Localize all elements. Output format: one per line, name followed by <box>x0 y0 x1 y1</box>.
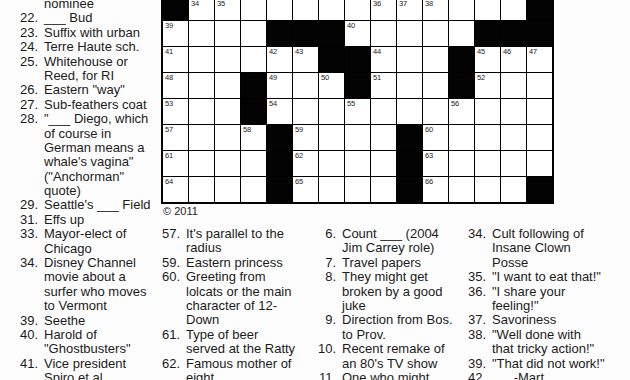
grid-cell[interactable]: 45 <box>475 47 500 72</box>
grid-cell[interactable] <box>345 177 370 202</box>
black-cell <box>293 21 318 46</box>
clue-number: 42. <box>456 371 486 380</box>
clue-line: eight <box>150 371 295 380</box>
clue-line: 59.Eastern princess <box>150 256 295 270</box>
grid-cell[interactable]: 64 <box>163 177 188 202</box>
grid-cell[interactable] <box>501 73 526 98</box>
black-cell <box>501 21 526 46</box>
grid-cell[interactable] <box>189 177 214 202</box>
clue-line: to Vermont <box>8 299 151 313</box>
clue-text: Down <box>186 312 219 327</box>
grid-cell[interactable]: 48 <box>163 73 188 98</box>
grid-cell[interactable] <box>449 151 474 176</box>
grid-cell[interactable] <box>189 73 214 98</box>
cell-number: 53 <box>165 100 173 108</box>
grid-cell[interactable]: 35 <box>215 0 240 20</box>
grid-cell[interactable]: 37 <box>397 0 422 20</box>
clue-text: Sub-feathers coat <box>44 97 147 112</box>
clue-text: Eastern "way" <box>44 82 125 97</box>
black-cell <box>267 151 292 176</box>
cell-number: 66 <box>425 178 433 186</box>
clue-line: 11.One who might <box>306 371 453 380</box>
clue-line: surfer who moves <box>8 285 151 299</box>
grid-cell[interactable]: 44 <box>371 47 396 72</box>
clue-line: 8.They might get <box>306 270 453 284</box>
clue-number: 39. <box>8 314 38 328</box>
clue-text: It's parallel to the <box>186 226 284 241</box>
clue-number: 35. <box>456 270 486 284</box>
grid-cell[interactable] <box>371 21 396 46</box>
grid-cell[interactable] <box>501 125 526 150</box>
grid-cell[interactable] <box>189 125 214 150</box>
clue-line: "Ghostbusters" <box>8 342 151 356</box>
clue-line: 7.Travel papers <box>306 256 453 270</box>
clue-number: 26. <box>8 83 38 97</box>
clue-text: Seethe <box>44 313 85 328</box>
cell-number: 40 <box>347 22 355 30</box>
grid-cell[interactable] <box>345 0 370 20</box>
clue-number: 22. <box>8 11 38 25</box>
grid-cell[interactable]: 50 <box>319 73 344 98</box>
grid-cell[interactable] <box>241 47 266 72</box>
copyright-text: © 2011 <box>163 205 198 217</box>
cell-number: 59 <box>295 126 303 134</box>
clue-number: 38. <box>456 328 486 342</box>
grid-cell[interactable]: 58 <box>241 125 266 150</box>
clue-line: German means a <box>8 141 151 155</box>
grid-cell[interactable]: 40 <box>345 21 370 46</box>
grid-cell[interactable] <box>189 99 214 124</box>
grid-cell[interactable]: 52 <box>475 73 500 98</box>
grid-cell[interactable] <box>293 73 318 98</box>
grid-cell[interactable] <box>397 99 422 124</box>
black-cell <box>527 177 552 202</box>
clue-line: of course in <box>8 127 151 141</box>
grid-cell[interactable]: 66 <box>423 177 448 202</box>
clue-text: ___-Mart <box>492 370 544 380</box>
grid-cell[interactable] <box>423 21 448 46</box>
grid-cell[interactable]: 41 <box>163 47 188 72</box>
clue-line: Spiro et al. <box>8 371 151 380</box>
black-cell <box>241 99 266 124</box>
clue-text: "Ghostbusters" <box>44 341 131 356</box>
grid-cell[interactable] <box>449 21 474 46</box>
grid-cell[interactable]: 60 <box>423 125 448 150</box>
cell-number: 37 <box>399 0 407 8</box>
grid-cell[interactable] <box>449 177 474 202</box>
grid-cell[interactable] <box>319 151 344 176</box>
cell-number: 43 <box>295 48 303 56</box>
grid-cell[interactable]: 47 <box>527 47 552 72</box>
clue-number: 61. <box>150 328 180 342</box>
grid-cell[interactable] <box>371 151 396 176</box>
clue-text: Vice president <box>44 356 126 371</box>
clue-text: One who might <box>342 370 429 380</box>
clue-line: 29.Seattle's ___ Field <box>8 198 151 212</box>
grid-cell[interactable] <box>475 99 500 124</box>
grid-cell[interactable] <box>423 99 448 124</box>
grid-cell[interactable]: 51 <box>371 73 396 98</box>
cell-number: 44 <box>373 48 381 56</box>
clue-line: 25.Whitehouse or <box>8 55 151 69</box>
grid-cell[interactable] <box>475 125 500 150</box>
clue-text: Mayor-elect of <box>44 226 126 241</box>
black-cell <box>345 73 370 98</box>
clue-line: movie about a <box>8 270 151 284</box>
clue-number: 34. <box>456 227 486 241</box>
clue-line: 26.Eastern "way" <box>8 83 151 97</box>
clue-text: Posse <box>492 255 528 270</box>
grid-cell[interactable] <box>319 99 344 124</box>
black-cell <box>475 21 500 46</box>
clue-number: 6. <box>306 227 336 241</box>
clue-number: 23. <box>8 26 38 40</box>
clue-text: Count ___ (2004 <box>342 226 439 241</box>
clue-line: 39."That did not work!" <box>456 357 605 371</box>
grid-cell[interactable]: 57 <box>163 125 188 150</box>
grid-cell[interactable] <box>215 73 240 98</box>
clue-number: 7. <box>306 256 336 270</box>
clue-text: "I want to eat that!" <box>492 269 601 284</box>
grid-cell[interactable] <box>397 21 422 46</box>
clue-text: of course in <box>44 126 111 141</box>
cell-number: 49 <box>269 74 277 82</box>
clue-line: lolcats or the main <box>150 285 295 299</box>
clue-line: 62.Famous mother of <box>150 357 295 371</box>
grid-cell[interactable] <box>527 99 552 124</box>
grid-cell[interactable]: 39 <box>163 21 188 46</box>
grid-cell[interactable] <box>189 47 214 72</box>
grid-cell[interactable] <box>215 151 240 176</box>
clue-line: Chicago <box>8 242 151 256</box>
black-cell <box>267 21 292 46</box>
grid-cell[interactable]: 34 <box>189 0 214 20</box>
grid-cell[interactable] <box>371 177 396 202</box>
black-cell <box>163 0 188 20</box>
grid-cell[interactable]: 59 <box>293 125 318 150</box>
grid-cell[interactable]: 65 <box>293 177 318 202</box>
clue-text: radius <box>186 240 221 255</box>
grid-cell[interactable] <box>501 99 526 124</box>
grid-cell[interactable] <box>397 47 422 72</box>
black-cell <box>449 73 474 98</box>
clue-line: whale's vagina" <box>8 155 151 169</box>
clue-text: They might get <box>342 269 428 284</box>
cell-number: 41 <box>165 48 173 56</box>
clue-text: Savoriness <box>492 312 556 327</box>
grid-cell[interactable] <box>215 125 240 150</box>
grid-cell[interactable] <box>527 125 552 150</box>
clue-number: 31. <box>8 213 38 227</box>
clue-text: that tricky action!" <box>492 341 594 356</box>
clue-text: movie about a <box>44 269 126 284</box>
black-cell <box>319 47 344 72</box>
cell-number: 47 <box>529 48 537 56</box>
clue-text: character of 12- <box>186 298 277 313</box>
grid-cell[interactable] <box>293 0 318 20</box>
grid-cell[interactable] <box>215 47 240 72</box>
cell-number: 35 <box>217 0 225 8</box>
grid-cell[interactable] <box>241 0 266 20</box>
clue-text: Travel papers <box>342 255 421 270</box>
clue-text: Seattle's ___ Field <box>44 197 151 212</box>
clue-line: 28."___ Diego, which <box>8 112 151 126</box>
clue-number: 25. <box>8 55 38 69</box>
clue-text: nominee <box>44 0 94 11</box>
cell-number: 45 <box>477 48 485 56</box>
black-cell <box>527 21 552 46</box>
cell-number: 63 <box>425 152 433 160</box>
clue-line: 6.Count ___ (2004 <box>306 227 453 241</box>
grid-cell[interactable] <box>345 151 370 176</box>
grid-cell[interactable] <box>475 0 500 20</box>
clue-column-bottom-3: 34.Cult following ofInsane ClownPosse35.… <box>456 227 605 380</box>
clue-line: quote) <box>8 184 151 198</box>
grid-cell[interactable]: 56 <box>449 99 474 124</box>
clue-number: 41. <box>8 357 38 371</box>
cell-number: 64 <box>165 178 173 186</box>
clue-number: 33. <box>8 227 38 241</box>
grid-cell[interactable] <box>189 151 214 176</box>
clue-line: an 80's TV show <box>306 357 453 371</box>
cell-number: 57 <box>165 126 173 134</box>
clue-line: radius <box>150 241 295 255</box>
clue-text: quote) <box>44 183 81 198</box>
clue-column-bottom-1: 57.It's parallel to theradius59.Eastern … <box>150 227 295 380</box>
grid-cell[interactable] <box>293 99 318 124</box>
clue-line: 57.It's parallel to the <box>150 227 295 241</box>
black-cell <box>397 177 422 202</box>
clue-text: Type of beer <box>186 327 258 342</box>
cell-number: 54 <box>269 100 277 108</box>
grid-cell[interactable]: 62 <box>293 151 318 176</box>
clue-text: to Prov. <box>342 327 386 342</box>
grid-cell[interactable] <box>241 151 266 176</box>
grid-cell[interactable]: 49 <box>267 73 292 98</box>
black-cell <box>527 0 552 20</box>
clue-text: Eastern princess <box>186 255 283 270</box>
clue-text: Chicago <box>44 241 92 256</box>
grid-cell[interactable]: 63 <box>423 151 448 176</box>
clue-number: 28. <box>8 112 38 126</box>
grid-cell[interactable] <box>319 177 344 202</box>
grid-cell[interactable]: 36 <box>371 0 396 20</box>
grid-cell[interactable] <box>527 151 552 176</box>
cell-number: 50 <box>321 74 329 82</box>
crossword-grid: 3435363738394041424344454647484950515253… <box>161 0 554 204</box>
clue-line: Jim Carrey role) <box>306 241 453 255</box>
clue-text: Disney Channel <box>44 255 136 270</box>
clue-number: 10. <box>306 342 336 356</box>
clue-text: Terre Haute sch. <box>44 39 139 54</box>
cell-number: 39 <box>165 22 173 30</box>
clue-number: 62. <box>150 357 180 371</box>
cell-number: 65 <box>295 178 303 186</box>
crossword-page: 3435363738394041424344454647484950515253… <box>0 0 630 380</box>
clue-line: 41.Vice president <box>8 357 151 371</box>
cell-number: 62 <box>295 152 303 160</box>
grid-cell[interactable]: 38 <box>423 0 448 20</box>
grid-cell[interactable] <box>345 125 370 150</box>
black-cell <box>449 47 474 72</box>
grid-cell[interactable] <box>319 0 344 20</box>
cell-number: 55 <box>347 100 355 108</box>
clue-number: 39. <box>456 357 486 371</box>
grid-cell[interactable] <box>501 151 526 176</box>
grid-cell[interactable] <box>449 125 474 150</box>
clue-number: 29. <box>8 198 38 212</box>
black-cell <box>267 125 292 150</box>
clue-text: broken by a good <box>342 284 442 299</box>
clue-text: to Vermont <box>44 298 107 313</box>
grid-cell[interactable] <box>215 21 240 46</box>
clue-line: 35."I want to eat that!" <box>456 270 605 284</box>
clue-line: to Prov. <box>306 328 453 342</box>
clue-text: served at the Ratty <box>186 341 295 356</box>
clue-text: Recent remake of <box>342 341 445 356</box>
grid-cell[interactable] <box>267 0 292 20</box>
grid-cell[interactable] <box>241 177 266 202</box>
clue-column-left: nominee22.___ Bud23.Suffix with urban24.… <box>8 0 151 380</box>
clue-line: broken by a good <box>306 285 453 299</box>
grid-cell[interactable] <box>397 73 422 98</box>
grid-cell[interactable] <box>423 73 448 98</box>
clue-line: 34.Cult following of <box>456 227 605 241</box>
cell-number: 56 <box>451 100 459 108</box>
clue-line: served at the Ratty <box>150 342 295 356</box>
cell-number: 52 <box>477 74 485 82</box>
clue-text: feeling!" <box>492 298 539 313</box>
clue-number: 60. <box>150 270 180 284</box>
clue-line: 22.___ Bud <box>8 11 151 25</box>
grid-cell[interactable] <box>423 47 448 72</box>
grid-cell[interactable] <box>527 73 552 98</box>
grid-cell[interactable]: 46 <box>501 47 526 72</box>
grid-cell[interactable]: 54 <box>267 99 292 124</box>
grid-cell[interactable]: 43 <box>293 47 318 72</box>
clue-line: 24.Terre Haute sch. <box>8 40 151 54</box>
clue-text: "Well done with <box>492 327 581 342</box>
clue-line: 9.Direction from Bos. <box>306 313 453 327</box>
cell-number: 61 <box>165 152 173 160</box>
clue-text: Direction from Bos. <box>342 312 453 327</box>
clue-number: 34. <box>8 256 38 270</box>
clue-line: 31.Effs up <box>8 213 151 227</box>
clue-text: "That did not work!" <box>492 356 605 371</box>
clue-line: that tricky action!" <box>456 342 605 356</box>
clue-line: character of 12- <box>150 299 295 313</box>
clue-text: ("Anchorman" <box>44 169 124 184</box>
clue-number: 24. <box>8 40 38 54</box>
clue-text: surfer who moves <box>44 284 147 299</box>
clue-line: 36."I share your <box>456 285 605 299</box>
black-cell <box>267 177 292 202</box>
clue-line: 40.Harold of <box>8 328 151 342</box>
grid-cell[interactable] <box>501 177 526 202</box>
clue-text: Famous mother of <box>186 356 292 371</box>
black-cell <box>397 125 422 150</box>
clue-number: 36. <box>456 285 486 299</box>
clue-number: 27. <box>8 98 38 112</box>
clue-line: 33.Mayor-elect of <box>8 227 151 241</box>
clue-line: 60.Greeting from <box>150 270 295 284</box>
grid-cell[interactable] <box>215 177 240 202</box>
grid-cell[interactable] <box>319 125 344 150</box>
clue-text: lolcats or the main <box>186 284 292 299</box>
clue-text: eight <box>186 370 214 380</box>
clue-number: 8. <box>306 270 336 284</box>
clue-line: 34.Disney Channel <box>8 256 151 270</box>
cell-number: 38 <box>425 0 433 8</box>
clue-text: Whitehouse or <box>44 54 128 69</box>
grid-cell[interactable] <box>189 21 214 46</box>
black-cell <box>319 21 344 46</box>
clue-text: whale's vagina" <box>44 154 133 169</box>
grid-cell[interactable] <box>371 99 396 124</box>
clue-text: Insane Clown <box>492 240 571 255</box>
cell-number: 60 <box>425 126 433 134</box>
black-cell <box>241 73 266 98</box>
clue-number: 59. <box>150 256 180 270</box>
clue-number: 40. <box>8 328 38 342</box>
clue-line: 37.Savoriness <box>456 313 605 327</box>
clue-text: Suffix with urban <box>44 25 140 40</box>
grid-cell[interactable]: 42 <box>267 47 292 72</box>
cell-number: 42 <box>269 48 277 56</box>
clue-number: 37. <box>456 313 486 327</box>
clue-text: an 80's TV show <box>342 356 437 371</box>
grid-cell[interactable]: 55 <box>345 99 370 124</box>
grid-cell[interactable] <box>215 99 240 124</box>
clue-text: Reed, for RI <box>44 68 114 83</box>
grid-cell[interactable]: 61 <box>163 151 188 176</box>
grid-cell[interactable]: 53 <box>163 99 188 124</box>
clue-text: ___ Bud <box>44 10 92 25</box>
clue-text: Spiro et al. <box>44 370 106 380</box>
clue-number: 57. <box>150 227 180 241</box>
clue-text: juke <box>342 298 366 313</box>
clue-text: Effs up <box>44 212 84 227</box>
clue-column-bottom-2: 6.Count ___ (2004Jim Carrey role)7.Trave… <box>306 227 453 380</box>
grid-cell[interactable] <box>449 0 474 20</box>
clue-line: 27.Sub-feathers coat <box>8 98 151 112</box>
clue-line: Posse <box>456 256 605 270</box>
grid-cell[interactable] <box>475 177 500 202</box>
grid-cell[interactable] <box>475 151 500 176</box>
cell-number: 46 <box>503 48 511 56</box>
clue-line: 38."Well done with <box>456 328 605 342</box>
grid-cell[interactable] <box>501 0 526 20</box>
cell-number: 36 <box>373 0 381 8</box>
clue-text: Harold of <box>44 327 97 342</box>
clue-line: Down <box>150 313 295 327</box>
clue-line: Reed, for RI <box>8 69 151 83</box>
clue-line: 10.Recent remake of <box>306 342 453 356</box>
clue-text: "___ Diego, which <box>44 111 148 126</box>
grid-cell[interactable] <box>241 21 266 46</box>
cell-number: 58 <box>243 126 251 134</box>
black-cell <box>345 47 370 72</box>
clue-text: "I share your <box>492 284 565 299</box>
cell-number: 48 <box>165 74 173 82</box>
clue-line: 23.Suffix with urban <box>8 26 151 40</box>
clue-line: 61.Type of beer <box>150 328 295 342</box>
clue-line: 42.___-Mart <box>456 371 605 380</box>
clue-text: Jim Carrey role) <box>342 240 434 255</box>
clue-number: 11. <box>306 371 336 380</box>
grid-cell[interactable] <box>371 125 396 150</box>
cell-number: 51 <box>373 74 381 82</box>
